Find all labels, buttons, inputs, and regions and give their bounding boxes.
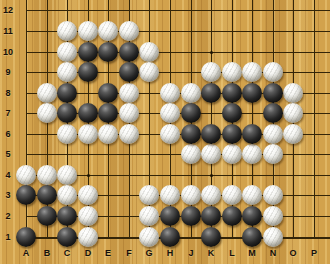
stone-white-D6[interactable] xyxy=(78,124,98,144)
stone-black-M2[interactable] xyxy=(242,206,262,226)
stone-white-G1[interactable] xyxy=(139,227,159,247)
stone-black-B3[interactable] xyxy=(37,185,57,205)
stone-white-N5[interactable] xyxy=(263,144,283,164)
col-label-P: P xyxy=(305,248,323,258)
stone-white-D11[interactable] xyxy=(78,21,98,41)
stone-black-K2[interactable] xyxy=(201,206,221,226)
stone-white-N6[interactable] xyxy=(263,124,283,144)
stone-white-F7[interactable] xyxy=(119,103,139,123)
grid-line-row-5 xyxy=(26,154,330,155)
stone-black-D7[interactable] xyxy=(78,103,98,123)
stone-white-O8[interactable] xyxy=(283,83,303,103)
stone-black-A3[interactable] xyxy=(16,185,36,205)
col-label-M: M xyxy=(243,248,261,258)
stone-black-H2[interactable] xyxy=(160,206,180,226)
stone-white-N2[interactable] xyxy=(263,206,283,226)
star-point-D4 xyxy=(87,174,90,177)
stone-white-G9[interactable] xyxy=(139,62,159,82)
row-label-9: 9 xyxy=(0,67,17,77)
stone-white-M9[interactable] xyxy=(242,62,262,82)
row-label-5: 5 xyxy=(0,149,17,159)
stone-white-K3[interactable] xyxy=(201,185,221,205)
stone-black-L6[interactable] xyxy=(222,124,242,144)
stone-white-F11[interactable] xyxy=(119,21,139,41)
stone-white-C9[interactable] xyxy=(57,62,77,82)
stone-black-F9[interactable] xyxy=(119,62,139,82)
grid-line-col-P xyxy=(314,0,315,238)
star-point-K10 xyxy=(210,51,213,54)
stone-white-H3[interactable] xyxy=(160,185,180,205)
stone-white-D2[interactable] xyxy=(78,206,98,226)
col-label-A: A xyxy=(17,248,35,258)
row-label-4: 4 xyxy=(0,170,17,180)
stone-black-J7[interactable] xyxy=(181,103,201,123)
stone-black-M1[interactable] xyxy=(242,227,262,247)
row-label-8: 8 xyxy=(0,88,17,98)
stone-white-M5[interactable] xyxy=(242,144,262,164)
stone-black-K1[interactable] xyxy=(201,227,221,247)
row-label-10: 10 xyxy=(0,47,17,57)
stone-white-F8[interactable] xyxy=(119,83,139,103)
stone-white-C3[interactable] xyxy=(57,185,77,205)
stone-black-C7[interactable] xyxy=(57,103,77,123)
stone-black-C1[interactable] xyxy=(57,227,77,247)
col-label-C: C xyxy=(58,248,76,258)
stone-black-L7[interactable] xyxy=(222,103,242,123)
stone-black-E8[interactable] xyxy=(98,83,118,103)
col-label-B: B xyxy=(38,248,56,258)
col-label-H: H xyxy=(161,248,179,258)
stone-white-C11[interactable] xyxy=(57,21,77,41)
stone-white-E11[interactable] xyxy=(98,21,118,41)
stone-white-H8[interactable] xyxy=(160,83,180,103)
stone-white-J3[interactable] xyxy=(181,185,201,205)
stone-white-C6[interactable] xyxy=(57,124,77,144)
col-label-G: G xyxy=(140,248,158,258)
stone-white-G3[interactable] xyxy=(139,185,159,205)
col-label-L: L xyxy=(223,248,241,258)
stone-white-L9[interactable] xyxy=(222,62,242,82)
go-board[interactable]: 121110987654321ABCDEFGHJKLMNOP xyxy=(0,0,330,264)
stone-black-M6[interactable] xyxy=(242,124,262,144)
row-label-7: 7 xyxy=(0,108,17,118)
stone-white-H6[interactable] xyxy=(160,124,180,144)
stone-white-N3[interactable] xyxy=(263,185,283,205)
stone-white-K9[interactable] xyxy=(201,62,221,82)
stone-white-H7[interactable] xyxy=(160,103,180,123)
row-label-1: 1 xyxy=(0,232,17,242)
stone-white-N9[interactable] xyxy=(263,62,283,82)
stone-black-N8[interactable] xyxy=(263,83,283,103)
stone-black-F10[interactable] xyxy=(119,42,139,62)
stone-black-K8[interactable] xyxy=(201,83,221,103)
stone-black-E10[interactable] xyxy=(98,42,118,62)
stone-white-K5[interactable] xyxy=(201,144,221,164)
stone-white-A4[interactable] xyxy=(16,165,36,185)
stone-white-M3[interactable] xyxy=(242,185,262,205)
col-label-E: E xyxy=(99,248,117,258)
stone-black-L8[interactable] xyxy=(222,83,242,103)
col-label-D: D xyxy=(79,248,97,258)
stone-black-J6[interactable] xyxy=(181,124,201,144)
stone-black-H1[interactable] xyxy=(160,227,180,247)
stone-white-D3[interactable] xyxy=(78,185,98,205)
row-label-12: 12 xyxy=(0,5,17,15)
stone-black-N7[interactable] xyxy=(263,103,283,123)
stone-white-B4[interactable] xyxy=(37,165,57,185)
row-label-6: 6 xyxy=(0,129,17,139)
row-label-3: 3 xyxy=(0,190,17,200)
stone-black-C8[interactable] xyxy=(57,83,77,103)
stone-white-F6[interactable] xyxy=(119,124,139,144)
col-label-F: F xyxy=(120,248,138,258)
col-label-O: O xyxy=(284,248,302,258)
stone-white-B7[interactable] xyxy=(37,103,57,123)
row-label-2: 2 xyxy=(0,211,17,221)
stone-white-C10[interactable] xyxy=(57,42,77,62)
stone-black-B2[interactable] xyxy=(37,206,57,226)
stone-white-L3[interactable] xyxy=(222,185,242,205)
stone-white-G2[interactable] xyxy=(139,206,159,226)
stone-white-J5[interactable] xyxy=(181,144,201,164)
stone-white-E6[interactable] xyxy=(98,124,118,144)
stone-white-B8[interactable] xyxy=(37,83,57,103)
stone-black-A1[interactable] xyxy=(16,227,36,247)
stone-white-O7[interactable] xyxy=(283,103,303,123)
stone-black-L2[interactable] xyxy=(222,206,242,226)
col-label-J: J xyxy=(182,248,200,258)
stone-black-E7[interactable] xyxy=(98,103,118,123)
stone-white-J8[interactable] xyxy=(181,83,201,103)
stone-black-J2[interactable] xyxy=(181,206,201,226)
col-label-N: N xyxy=(264,248,282,258)
stone-black-M8[interactable] xyxy=(242,83,262,103)
stone-black-D9[interactable] xyxy=(78,62,98,82)
stone-white-L5[interactable] xyxy=(222,144,242,164)
star-point-K4 xyxy=(210,174,213,177)
stone-white-G10[interactable] xyxy=(139,42,159,62)
stone-white-N1[interactable] xyxy=(263,227,283,247)
stone-white-O6[interactable] xyxy=(283,124,303,144)
stone-black-C2[interactable] xyxy=(57,206,77,226)
col-label-K: K xyxy=(202,248,220,258)
stone-white-C4[interactable] xyxy=(57,165,77,185)
stone-black-K6[interactable] xyxy=(201,124,221,144)
stone-black-D10[interactable] xyxy=(78,42,98,62)
row-label-11: 11 xyxy=(0,26,17,36)
grid-line-row-12 xyxy=(26,10,330,11)
stone-white-D1[interactable] xyxy=(78,227,98,247)
